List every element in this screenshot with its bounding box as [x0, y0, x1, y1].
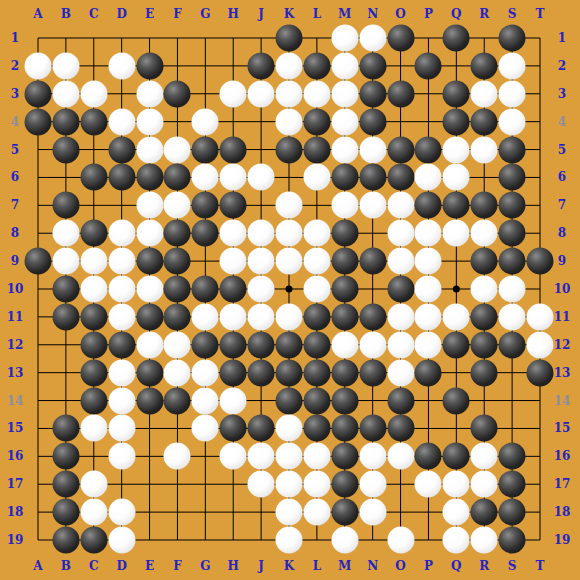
black-stone	[80, 220, 107, 247]
black-stone	[303, 303, 330, 330]
black-stone	[248, 52, 275, 79]
black-stone	[164, 276, 191, 303]
black-stone	[108, 136, 135, 163]
white-stone	[331, 136, 358, 163]
right-row-label: 3	[558, 88, 566, 100]
white-stone	[276, 80, 303, 107]
top-column-label: J	[258, 8, 264, 20]
white-stone	[276, 443, 303, 470]
white-stone	[220, 248, 247, 275]
right-row-label: 7	[558, 199, 566, 211]
bottom-column-label: B	[61, 560, 71, 572]
top-column-label: L	[313, 8, 321, 20]
black-stone	[471, 248, 498, 275]
black-stone	[499, 527, 526, 554]
top-column-label: B	[61, 8, 71, 20]
black-stone	[471, 52, 498, 79]
black-stone	[220, 331, 247, 358]
right-row-label: 2	[558, 60, 566, 72]
black-stone	[331, 164, 358, 191]
white-stone	[443, 303, 470, 330]
bottom-column-label: N	[367, 560, 378, 572]
top-column-label: D	[116, 8, 126, 20]
right-row-label: 4	[558, 116, 566, 128]
black-stone	[527, 248, 554, 275]
black-stone	[303, 415, 330, 442]
black-stone	[331, 387, 358, 414]
left-row-label: 4	[11, 116, 19, 128]
white-stone	[331, 331, 358, 358]
bottom-column-label: R	[479, 560, 489, 572]
white-stone	[108, 276, 135, 303]
top-column-label: R	[479, 8, 489, 20]
black-stone	[80, 331, 107, 358]
white-stone	[276, 499, 303, 526]
black-stone	[331, 220, 358, 247]
black-stone	[192, 276, 219, 303]
black-stone	[276, 331, 303, 358]
white-stone	[387, 331, 414, 358]
white-stone	[52, 220, 79, 247]
black-stone	[303, 52, 330, 79]
black-stone	[52, 303, 79, 330]
black-stone	[443, 387, 470, 414]
white-stone	[80, 471, 107, 498]
bottom-column-label: E	[145, 560, 154, 572]
bottom-column-label: M	[338, 560, 351, 572]
black-stone	[471, 499, 498, 526]
black-stone	[220, 415, 247, 442]
white-stone	[192, 359, 219, 386]
black-stone	[471, 192, 498, 219]
white-stone	[276, 303, 303, 330]
black-stone	[52, 499, 79, 526]
white-stone	[359, 192, 386, 219]
top-column-label: K	[284, 8, 294, 20]
white-stone	[248, 220, 275, 247]
white-stone	[220, 220, 247, 247]
black-stone	[164, 248, 191, 275]
black-stone	[499, 25, 526, 52]
black-stone	[80, 387, 107, 414]
left-row-label: 9	[11, 255, 19, 267]
black-stone	[220, 192, 247, 219]
left-row-label: 18	[7, 506, 24, 518]
black-stone	[303, 331, 330, 358]
white-stone	[387, 443, 414, 470]
bottom-column-label: T	[536, 560, 545, 572]
black-stone	[359, 80, 386, 107]
white-stone	[220, 387, 247, 414]
black-stone	[443, 192, 470, 219]
top-column-label: Q	[451, 8, 461, 20]
black-stone	[331, 276, 358, 303]
black-stone	[471, 108, 498, 135]
right-row-label: 8	[558, 227, 566, 239]
white-stone	[80, 80, 107, 107]
black-stone	[331, 443, 358, 470]
white-stone	[499, 108, 526, 135]
white-stone	[248, 248, 275, 275]
left-row-label: 3	[11, 88, 19, 100]
go-board-diagram: AABBCCDDEEFFGGHHJJKKLLMMNNOOPPQQRRSSTT11…	[0, 0, 580, 580]
black-stone	[443, 443, 470, 470]
black-stone	[25, 80, 52, 107]
black-stone	[80, 164, 107, 191]
left-row-label: 6	[11, 171, 19, 183]
white-stone	[276, 471, 303, 498]
white-stone	[499, 303, 526, 330]
white-stone	[80, 499, 107, 526]
white-stone	[471, 527, 498, 554]
black-stone	[387, 415, 414, 442]
black-stone	[359, 248, 386, 275]
bottom-column-label: F	[173, 560, 182, 572]
white-stone	[192, 164, 219, 191]
top-column-label: H	[228, 8, 239, 20]
right-row-label: 1	[558, 32, 566, 44]
white-stone	[415, 164, 442, 191]
black-stone	[443, 25, 470, 52]
white-stone	[303, 164, 330, 191]
white-stone	[387, 359, 414, 386]
white-stone	[415, 248, 442, 275]
white-stone	[164, 331, 191, 358]
white-stone	[136, 220, 163, 247]
top-column-label: A	[33, 8, 42, 20]
bottom-column-label: J	[258, 560, 264, 572]
white-stone	[359, 499, 386, 526]
right-row-label: 17	[554, 478, 571, 490]
black-stone	[192, 220, 219, 247]
black-stone	[80, 359, 107, 386]
white-stone	[80, 248, 107, 275]
black-stone	[499, 248, 526, 275]
top-column-label: E	[145, 8, 154, 20]
white-stone	[192, 415, 219, 442]
white-stone	[192, 108, 219, 135]
white-stone	[331, 108, 358, 135]
left-row-label: 16	[7, 450, 24, 462]
black-stone	[415, 359, 442, 386]
black-stone	[415, 443, 442, 470]
black-stone	[220, 276, 247, 303]
black-stone	[136, 248, 163, 275]
white-stone	[331, 192, 358, 219]
white-stone	[164, 136, 191, 163]
white-stone	[136, 136, 163, 163]
white-stone	[415, 303, 442, 330]
white-stone	[276, 415, 303, 442]
white-stone	[415, 331, 442, 358]
black-stone	[387, 25, 414, 52]
white-stone	[108, 52, 135, 79]
black-stone	[331, 303, 358, 330]
white-stone	[303, 443, 330, 470]
white-stone	[108, 415, 135, 442]
bottom-column-label: P	[424, 560, 433, 572]
white-stone	[443, 136, 470, 163]
black-stone	[303, 359, 330, 386]
white-stone	[527, 303, 554, 330]
white-stone	[415, 220, 442, 247]
black-stone	[359, 359, 386, 386]
white-stone	[164, 192, 191, 219]
black-stone	[499, 331, 526, 358]
black-stone	[52, 108, 79, 135]
white-stone	[443, 220, 470, 247]
top-column-label: N	[367, 8, 378, 20]
black-stone	[136, 387, 163, 414]
black-stone	[25, 108, 52, 135]
left-row-label: 2	[11, 60, 19, 72]
white-stone	[136, 276, 163, 303]
black-stone	[220, 359, 247, 386]
white-stone	[248, 303, 275, 330]
left-row-label: 14	[7, 395, 24, 407]
black-stone	[52, 471, 79, 498]
bottom-column-label: O	[395, 560, 405, 572]
top-column-label: F	[173, 8, 182, 20]
black-stone	[527, 359, 554, 386]
white-stone	[471, 136, 498, 163]
black-stone	[387, 136, 414, 163]
white-stone	[52, 248, 79, 275]
top-column-label: P	[424, 8, 433, 20]
white-stone	[164, 359, 191, 386]
top-column-label: T	[536, 8, 545, 20]
black-stone	[471, 303, 498, 330]
white-stone	[387, 303, 414, 330]
black-stone	[303, 136, 330, 163]
black-stone	[471, 415, 498, 442]
bottom-column-label: H	[228, 560, 239, 572]
white-stone	[276, 192, 303, 219]
white-stone	[443, 499, 470, 526]
white-stone	[303, 276, 330, 303]
white-stone	[108, 303, 135, 330]
white-stone	[331, 52, 358, 79]
left-row-label: 8	[11, 227, 19, 239]
black-stone	[499, 164, 526, 191]
white-stone	[164, 443, 191, 470]
white-stone	[80, 276, 107, 303]
black-stone	[415, 192, 442, 219]
white-stone	[108, 443, 135, 470]
white-stone	[108, 527, 135, 554]
white-stone	[108, 387, 135, 414]
white-stone	[220, 303, 247, 330]
right-row-label: 19	[554, 534, 571, 546]
white-stone	[303, 220, 330, 247]
left-row-label: 11	[7, 311, 24, 323]
black-stone	[192, 331, 219, 358]
black-stone	[136, 164, 163, 191]
black-stone	[471, 331, 498, 358]
black-stone	[499, 443, 526, 470]
right-row-label: 5	[558, 144, 566, 156]
black-stone	[164, 220, 191, 247]
white-stone	[192, 387, 219, 414]
black-stone	[248, 359, 275, 386]
black-stone	[136, 52, 163, 79]
white-stone	[387, 527, 414, 554]
white-stone	[387, 248, 414, 275]
black-stone	[331, 499, 358, 526]
black-stone	[80, 527, 107, 554]
left-row-label: 13	[7, 367, 24, 379]
white-stone	[136, 192, 163, 219]
white-stone	[331, 527, 358, 554]
black-stone	[331, 471, 358, 498]
white-stone	[52, 80, 79, 107]
bottom-column-label: G	[200, 560, 210, 572]
right-row-label: 13	[554, 367, 571, 379]
left-row-label: 15	[7, 422, 24, 434]
white-stone	[359, 331, 386, 358]
white-stone	[527, 331, 554, 358]
white-stone	[331, 80, 358, 107]
white-stone	[303, 499, 330, 526]
black-stone	[52, 527, 79, 554]
black-stone	[387, 80, 414, 107]
white-stone	[303, 471, 330, 498]
bottom-column-label: D	[116, 560, 126, 572]
black-stone	[164, 164, 191, 191]
white-stone	[471, 80, 498, 107]
black-stone	[220, 136, 247, 163]
black-stone	[359, 108, 386, 135]
white-stone	[415, 471, 442, 498]
black-stone	[359, 164, 386, 191]
right-row-label: 11	[554, 311, 571, 323]
white-stone	[443, 471, 470, 498]
white-stone	[499, 80, 526, 107]
black-stone	[248, 331, 275, 358]
white-stone	[387, 220, 414, 247]
white-stone	[471, 276, 498, 303]
bottom-column-label: A	[33, 560, 42, 572]
white-stone	[276, 527, 303, 554]
white-stone	[359, 25, 386, 52]
black-stone	[25, 248, 52, 275]
white-stone	[108, 499, 135, 526]
right-row-label: 14	[554, 395, 571, 407]
black-stone	[303, 387, 330, 414]
top-column-label: O	[395, 8, 405, 20]
black-stone	[276, 136, 303, 163]
black-stone	[499, 220, 526, 247]
bottom-column-label: L	[313, 560, 321, 572]
white-stone	[108, 248, 135, 275]
black-stone	[359, 415, 386, 442]
right-row-label: 12	[554, 339, 571, 351]
white-stone	[192, 303, 219, 330]
black-stone	[276, 359, 303, 386]
left-row-label: 7	[11, 199, 19, 211]
black-stone	[443, 108, 470, 135]
white-stone	[471, 220, 498, 247]
white-stone	[220, 443, 247, 470]
black-stone	[248, 415, 275, 442]
right-row-label: 10	[554, 283, 571, 295]
black-stone	[108, 331, 135, 358]
right-row-label: 18	[554, 506, 571, 518]
black-stone	[80, 303, 107, 330]
black-stone	[52, 415, 79, 442]
right-row-label: 6	[558, 171, 566, 183]
white-stone	[303, 80, 330, 107]
black-stone	[164, 80, 191, 107]
black-stone	[387, 164, 414, 191]
black-stone	[192, 136, 219, 163]
right-row-label: 9	[558, 255, 566, 267]
white-stone	[359, 136, 386, 163]
white-stone	[443, 164, 470, 191]
black-stone	[52, 276, 79, 303]
bottom-column-label: K	[284, 560, 294, 572]
black-stone	[136, 359, 163, 386]
white-stone	[276, 52, 303, 79]
star-point	[453, 286, 460, 293]
white-stone	[248, 276, 275, 303]
white-stone	[248, 164, 275, 191]
white-stone	[499, 276, 526, 303]
black-stone	[387, 276, 414, 303]
bottom-column-label: Q	[451, 560, 461, 572]
black-stone	[499, 471, 526, 498]
black-stone	[164, 303, 191, 330]
black-stone	[499, 499, 526, 526]
white-stone	[499, 52, 526, 79]
left-row-label: 5	[11, 144, 19, 156]
white-stone	[471, 443, 498, 470]
white-stone	[136, 80, 163, 107]
left-row-label: 19	[7, 534, 24, 546]
white-stone	[359, 471, 386, 498]
black-stone	[415, 52, 442, 79]
right-row-label: 16	[554, 450, 571, 462]
white-stone	[359, 443, 386, 470]
white-stone	[276, 108, 303, 135]
bottom-column-label: C	[89, 560, 99, 572]
black-stone	[80, 108, 107, 135]
top-column-label: G	[200, 8, 210, 20]
black-stone	[52, 192, 79, 219]
black-stone	[499, 192, 526, 219]
white-stone	[136, 108, 163, 135]
white-stone	[276, 220, 303, 247]
black-stone	[387, 387, 414, 414]
white-stone	[471, 471, 498, 498]
black-stone	[192, 192, 219, 219]
black-stone	[471, 359, 498, 386]
left-row-label: 1	[11, 32, 19, 44]
white-stone	[108, 359, 135, 386]
left-row-label: 17	[7, 478, 24, 490]
black-stone	[52, 136, 79, 163]
right-row-label: 15	[554, 422, 571, 434]
black-stone	[136, 303, 163, 330]
black-stone	[303, 108, 330, 135]
white-stone	[136, 331, 163, 358]
white-stone	[220, 80, 247, 107]
left-row-label: 12	[7, 339, 24, 351]
black-stone	[164, 387, 191, 414]
black-stone	[359, 52, 386, 79]
white-stone	[248, 471, 275, 498]
black-stone	[276, 25, 303, 52]
